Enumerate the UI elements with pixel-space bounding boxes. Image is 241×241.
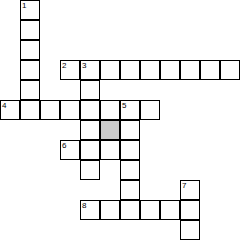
- answer-cell-r5c7[interactable]: [140, 100, 160, 120]
- answer-cell-r3c1[interactable]: [20, 60, 40, 80]
- answer-cell-r10c4[interactable]: 8: [80, 200, 100, 220]
- answer-cell-r5c4[interactable]: [80, 100, 100, 120]
- answer-cell-r3c11[interactable]: [220, 60, 240, 80]
- answer-cell-r5c5[interactable]: [100, 100, 120, 120]
- answer-cell-r3c8[interactable]: [160, 60, 180, 80]
- answer-cell-r10c9[interactable]: [180, 200, 200, 220]
- answer-cell-r10c7[interactable]: [140, 200, 160, 220]
- answer-cell-r7c3[interactable]: 6: [60, 140, 80, 160]
- answer-cell-r7c5[interactable]: [100, 140, 120, 160]
- answer-cell-r9c6[interactable]: [120, 180, 140, 200]
- answer-cell-r3c4[interactable]: 3: [80, 60, 100, 80]
- blocked-cell-r6c5: [100, 120, 120, 140]
- answer-cell-r7c4[interactable]: [80, 140, 100, 160]
- answer-cell-r3c6[interactable]: [120, 60, 140, 80]
- clue-number-5: 5: [122, 101, 126, 110]
- answer-cell-r0c1[interactable]: 1: [20, 0, 40, 20]
- answer-cell-r5c0[interactable]: 4: [0, 100, 20, 120]
- clue-number-3: 3: [82, 61, 86, 70]
- answer-cell-r3c5[interactable]: [100, 60, 120, 80]
- answer-cell-r9c9[interactable]: 7: [180, 180, 200, 200]
- answer-cell-r3c9[interactable]: [180, 60, 200, 80]
- clue-number-7: 7: [182, 181, 186, 190]
- answer-cell-r7c6[interactable]: [120, 140, 140, 160]
- answer-cell-r3c7[interactable]: [140, 60, 160, 80]
- answer-cell-r5c3[interactable]: [60, 100, 80, 120]
- crossword-board: 12345678: [0, 0, 241, 241]
- answer-cell-r10c5[interactable]: [100, 200, 120, 220]
- answer-cell-r10c8[interactable]: [160, 200, 180, 220]
- answer-cell-r4c1[interactable]: [20, 80, 40, 100]
- answer-cell-r6c4[interactable]: [80, 120, 100, 140]
- answer-cell-r5c2[interactable]: [40, 100, 60, 120]
- clue-number-2: 2: [62, 61, 66, 70]
- answer-cell-r5c6[interactable]: 5: [120, 100, 140, 120]
- answer-cell-r10c6[interactable]: [120, 200, 140, 220]
- answer-cell-r11c9[interactable]: [180, 220, 200, 240]
- answer-cell-r8c6[interactable]: [120, 160, 140, 180]
- answer-cell-r3c3[interactable]: 2: [60, 60, 80, 80]
- answer-cell-r3c10[interactable]: [200, 60, 220, 80]
- answer-cell-r5c1[interactable]: [20, 100, 40, 120]
- answer-cell-r2c1[interactable]: [20, 40, 40, 60]
- answer-cell-r1c1[interactable]: [20, 20, 40, 40]
- answer-cell-r8c4[interactable]: [80, 160, 100, 180]
- clue-number-8: 8: [82, 201, 86, 210]
- answer-cell-r6c6[interactable]: [120, 120, 140, 140]
- clue-number-6: 6: [62, 141, 66, 150]
- clue-number-4: 4: [2, 101, 6, 110]
- answer-cell-r4c4[interactable]: [80, 80, 100, 100]
- clue-number-1: 1: [22, 1, 26, 10]
